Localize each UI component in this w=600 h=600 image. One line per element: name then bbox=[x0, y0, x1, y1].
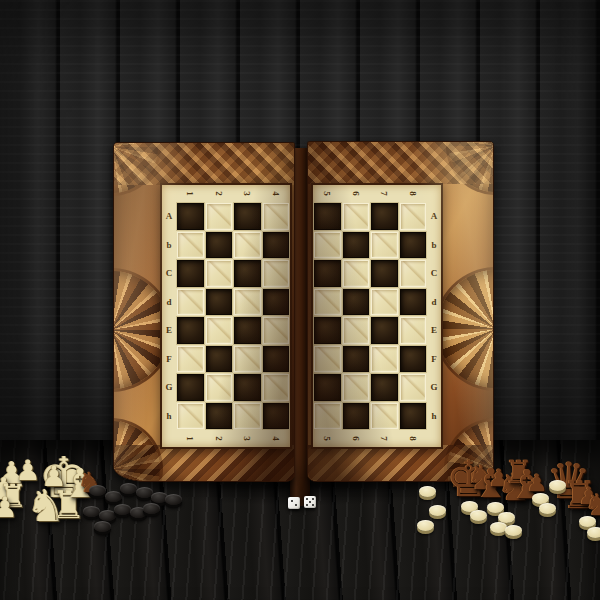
cream-checker[interactable] bbox=[505, 525, 522, 536]
white-pawn[interactable]: ♟ bbox=[0, 494, 18, 522]
cream-checker[interactable] bbox=[579, 516, 596, 527]
black-checker[interactable] bbox=[94, 521, 111, 532]
cream-checker[interactable] bbox=[549, 480, 566, 491]
black-checker[interactable] bbox=[83, 506, 100, 517]
die-pip bbox=[312, 504, 314, 506]
black-checker[interactable] bbox=[89, 485, 106, 496]
loose-pieces-layer: ♟♟♟♜♟♚♟♞♜♝♞♟♚♞♝♟♞♜♝♟♛♜♟♞ bbox=[0, 0, 600, 600]
die-showing-2[interactable] bbox=[288, 497, 300, 509]
black-checker[interactable] bbox=[165, 494, 182, 505]
black-checker[interactable] bbox=[143, 503, 160, 514]
die-pip bbox=[312, 498, 314, 500]
die-pip bbox=[295, 504, 297, 506]
die-pip bbox=[291, 500, 293, 502]
black-checker[interactable] bbox=[114, 504, 131, 515]
black-checker[interactable] bbox=[99, 510, 116, 521]
cream-checker[interactable] bbox=[587, 527, 600, 538]
cream-checker[interactable] bbox=[429, 505, 446, 516]
cream-checker[interactable] bbox=[419, 486, 436, 497]
black-checker[interactable] bbox=[120, 483, 137, 494]
cream-checker[interactable] bbox=[417, 520, 434, 531]
brown-pawn[interactable]: ♟ bbox=[526, 471, 548, 495]
cream-checker[interactable] bbox=[470, 510, 487, 521]
die-pip bbox=[306, 498, 308, 500]
scene: 1234 AbCdEFGh 1234 5678 AbCdEFGh 5678 ♟♟… bbox=[0, 0, 600, 600]
black-checker[interactable] bbox=[105, 491, 122, 502]
die-showing-5[interactable] bbox=[304, 496, 316, 508]
cream-checker[interactable] bbox=[539, 503, 556, 514]
cream-checker[interactable] bbox=[487, 502, 504, 513]
die-pip bbox=[306, 504, 308, 506]
die-pip bbox=[309, 501, 311, 503]
